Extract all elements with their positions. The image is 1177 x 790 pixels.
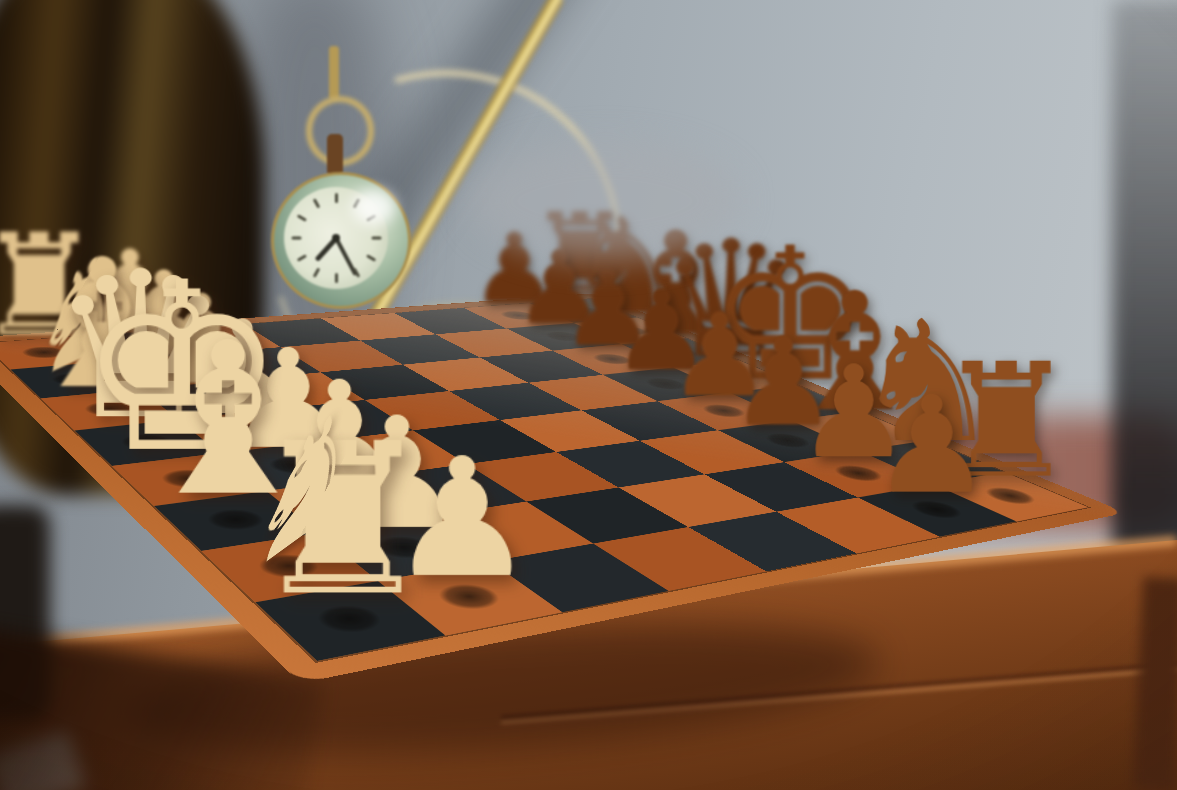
clock-tick-mark — [335, 193, 338, 203]
clock-tick-mark — [366, 254, 376, 262]
clock-tick-mark — [335, 273, 338, 283]
clock-tick-mark — [312, 198, 320, 208]
clock-tick-mark — [296, 214, 306, 222]
clock-glass-highlight — [352, 189, 396, 225]
clock-hub — [332, 234, 340, 242]
clock-stem — [327, 134, 343, 176]
far-bokeh-patch — [470, 142, 740, 260]
piece-black-pawn-h7[interactable]: ♟ — [811, 383, 1053, 511]
clock-tick-mark — [291, 237, 301, 240]
photo-scene: ♜♞♝♛♚♝♞♜♟♟♟♟♟♟♟♟♟♟♟♟♟♟♟♟♜♞♝♛♚♝♞♜ — [0, 0, 1177, 790]
clock-hanger-finial — [329, 46, 339, 100]
clock-tick-mark — [312, 268, 320, 278]
square-h1[interactable]: ♜ — [255, 581, 445, 661]
clock-tick-mark — [371, 237, 381, 240]
